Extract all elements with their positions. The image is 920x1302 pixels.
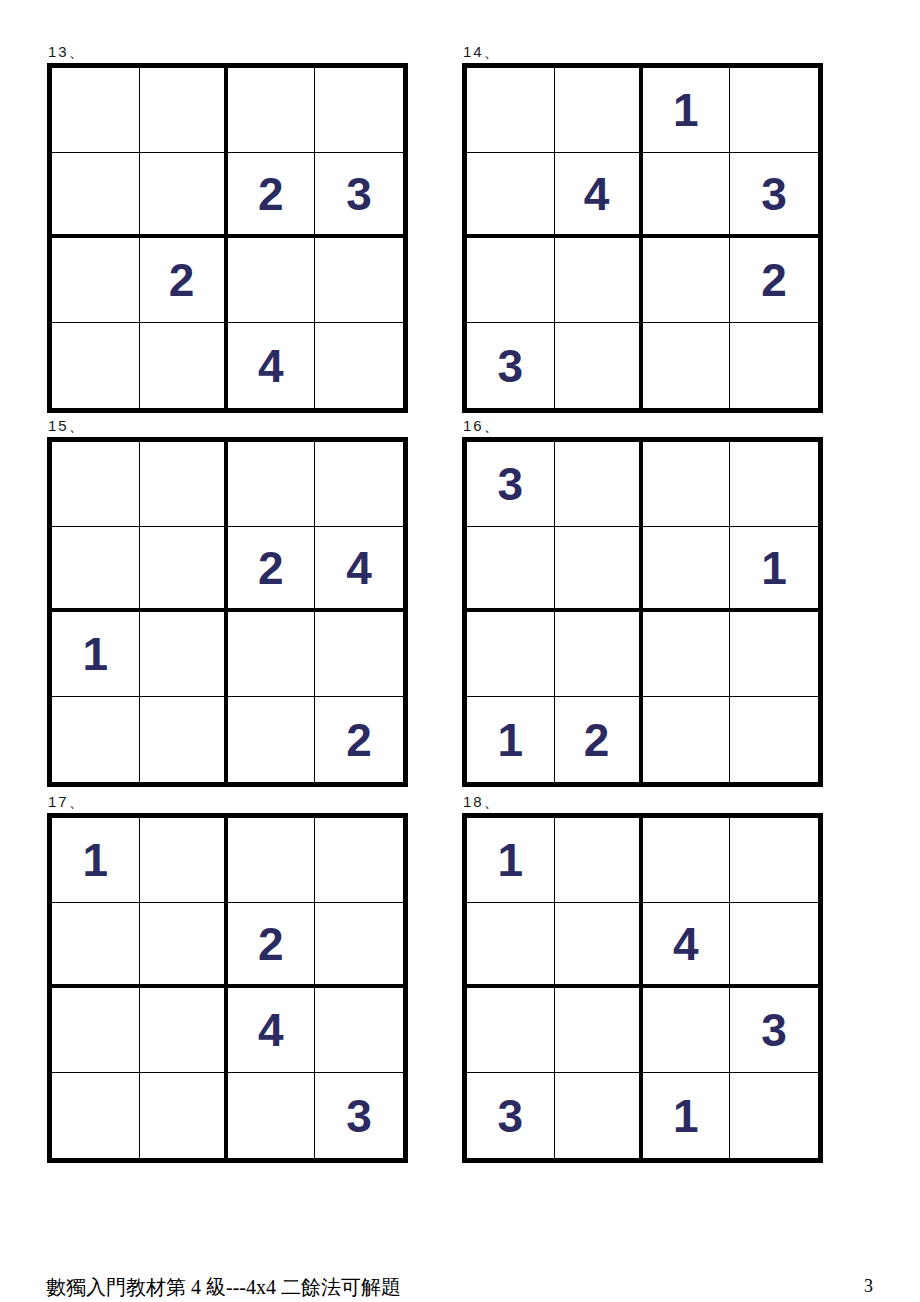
sudoku-cell-r3c4 <box>730 612 818 697</box>
sudoku-cell-r2c3: 2 <box>228 527 316 612</box>
sudoku-cell-r4c2 <box>555 323 643 408</box>
sudoku-cell-r4c1 <box>52 697 140 782</box>
sudoku-cell-r2c3: 2 <box>228 153 316 238</box>
puzzle-16-board: 3112 <box>462 437 823 787</box>
sudoku-cell-r1c4 <box>730 442 818 527</box>
sudoku-cell-r1c2 <box>140 818 228 903</box>
sudoku-cell-r1c4 <box>315 68 403 153</box>
puzzle-18-board: 14331 <box>462 813 823 1163</box>
sudoku-cell-r1c4 <box>730 818 818 903</box>
sudoku-cell-r4c4 <box>730 1073 818 1158</box>
sudoku-cell-r2c2 <box>140 153 228 238</box>
sudoku-cell-r2c4: 3 <box>730 153 818 238</box>
sudoku-cell-r3c3 <box>643 238 731 323</box>
sudoku-cell-r2c2 <box>140 527 228 612</box>
sudoku-cell-r4c3 <box>228 697 316 782</box>
puzzle-17-label: 17、 <box>48 794 408 810</box>
puzzle-15: 15、 2412 <box>47 418 408 787</box>
sudoku-cell-r3c4: 3 <box>730 988 818 1073</box>
sudoku-cell-r4c2: 2 <box>555 697 643 782</box>
puzzle-15-label: 15、 <box>48 418 408 434</box>
sudoku-cell-r4c1: 3 <box>467 323 555 408</box>
puzzle-18-label: 18、 <box>463 794 823 810</box>
sudoku-cell-r2c4 <box>730 903 818 988</box>
sudoku-cell-r3c4 <box>315 238 403 323</box>
sudoku-cell-r1c2 <box>555 818 643 903</box>
sudoku-cell-r2c1 <box>467 903 555 988</box>
sudoku-cell-r3c4 <box>315 612 403 697</box>
sudoku-cell-r3c1 <box>52 238 140 323</box>
sudoku-cell-r2c4 <box>315 903 403 988</box>
sudoku-cell-r4c3: 1 <box>643 1073 731 1158</box>
sudoku-cell-r3c4 <box>315 988 403 1073</box>
sudoku-cell-r1c4 <box>315 818 403 903</box>
sudoku-cell-r1c3 <box>643 818 731 903</box>
sudoku-cell-r4c3 <box>643 697 731 782</box>
sudoku-cell-r3c1 <box>467 612 555 697</box>
sudoku-cell-r1c4 <box>730 68 818 153</box>
sudoku-cell-r2c3 <box>643 153 731 238</box>
footer-title: 數獨入門教材第 4 級---4x4 二餘法可解題 <box>46 1274 401 1301</box>
sudoku-cell-r1c2 <box>555 442 643 527</box>
sudoku-cell-r1c2 <box>140 442 228 527</box>
sudoku-cell-r3c2 <box>140 612 228 697</box>
sudoku-cell-r2c1 <box>52 903 140 988</box>
sudoku-cell-r3c1 <box>467 238 555 323</box>
sudoku-cell-r2c3: 2 <box>228 903 316 988</box>
sudoku-cell-r4c3: 4 <box>228 323 316 408</box>
sudoku-cell-r4c4: 2 <box>315 697 403 782</box>
sudoku-cell-r3c3 <box>643 612 731 697</box>
sudoku-cell-r1c2 <box>555 68 643 153</box>
sudoku-cell-r4c4: 3 <box>315 1073 403 1158</box>
puzzle-17-board: 1243 <box>47 813 408 1163</box>
sudoku-cell-r2c4: 1 <box>730 527 818 612</box>
sudoku-cell-r3c1 <box>467 988 555 1073</box>
sudoku-cell-r2c2 <box>140 903 228 988</box>
sudoku-cell-r1c1 <box>52 442 140 527</box>
sudoku-cell-r4c3 <box>643 323 731 408</box>
page-number: 3 <box>864 1276 873 1297</box>
sudoku-cell-r2c3: 4 <box>643 903 731 988</box>
sudoku-cell-r1c3: 1 <box>643 68 731 153</box>
puzzle-13-board: 2324 <box>47 63 408 413</box>
sudoku-cell-r1c3 <box>228 442 316 527</box>
sudoku-cell-r1c1: 1 <box>52 818 140 903</box>
sudoku-cell-r3c2 <box>555 238 643 323</box>
sudoku-cell-r1c1 <box>467 68 555 153</box>
sudoku-cell-r2c2: 4 <box>555 153 643 238</box>
sudoku-cell-r3c3 <box>228 238 316 323</box>
puzzle-17: 17、 1243 <box>47 794 408 1163</box>
sudoku-cell-r4c1: 1 <box>467 697 555 782</box>
sudoku-cell-r2c4: 3 <box>315 153 403 238</box>
puzzle-14: 14、 14323 <box>462 44 823 413</box>
sudoku-cell-r3c2 <box>555 612 643 697</box>
sudoku-cell-r1c4 <box>315 442 403 527</box>
sudoku-cell-r1c3 <box>228 68 316 153</box>
sudoku-cell-r2c1 <box>52 153 140 238</box>
puzzle-14-board: 14323 <box>462 63 823 413</box>
sudoku-cell-r1c3 <box>643 442 731 527</box>
sudoku-cell-r4c2 <box>140 1073 228 1158</box>
sudoku-cell-r4c4 <box>730 697 818 782</box>
puzzle-16: 16、 3112 <box>462 418 823 787</box>
sudoku-cell-r3c3 <box>643 988 731 1073</box>
puzzle-14-label: 14、 <box>463 44 823 60</box>
sudoku-cell-r4c2 <box>140 323 228 408</box>
sudoku-cell-r2c4: 4 <box>315 527 403 612</box>
sudoku-cell-r4c1 <box>52 1073 140 1158</box>
sudoku-cell-r1c1: 1 <box>467 818 555 903</box>
sudoku-cell-r4c1: 3 <box>467 1073 555 1158</box>
sudoku-cell-r1c1 <box>52 68 140 153</box>
puzzle-16-label: 16、 <box>463 418 823 434</box>
sudoku-cell-r1c3 <box>228 818 316 903</box>
puzzle-18: 18、 14331 <box>462 794 823 1163</box>
sudoku-cell-r4c2 <box>140 697 228 782</box>
sudoku-cell-r4c1 <box>52 323 140 408</box>
puzzle-15-board: 2412 <box>47 437 408 787</box>
sudoku-cell-r3c3: 4 <box>228 988 316 1073</box>
sudoku-cell-r3c2 <box>140 988 228 1073</box>
sudoku-cell-r3c2 <box>555 988 643 1073</box>
puzzle-13: 13、 2324 <box>47 44 408 413</box>
sudoku-cell-r4c4 <box>315 323 403 408</box>
sudoku-cell-r1c2 <box>140 68 228 153</box>
sudoku-cell-r3c3 <box>228 612 316 697</box>
sudoku-cell-r3c1 <box>52 988 140 1073</box>
sudoku-cell-r2c3 <box>643 527 731 612</box>
sudoku-cell-r2c2 <box>555 903 643 988</box>
sudoku-cell-r4c2 <box>555 1073 643 1158</box>
sudoku-cell-r3c2: 2 <box>140 238 228 323</box>
sudoku-cell-r2c2 <box>555 527 643 612</box>
sudoku-cell-r4c4 <box>730 323 818 408</box>
sudoku-cell-r4c3 <box>228 1073 316 1158</box>
sudoku-cell-r3c4: 2 <box>730 238 818 323</box>
sudoku-cell-r2c1 <box>467 153 555 238</box>
sudoku-cell-r2c1 <box>52 527 140 612</box>
sudoku-cell-r3c1: 1 <box>52 612 140 697</box>
puzzle-13-label: 13、 <box>48 44 408 60</box>
sudoku-cell-r1c1: 3 <box>467 442 555 527</box>
sudoku-cell-r2c1 <box>467 527 555 612</box>
